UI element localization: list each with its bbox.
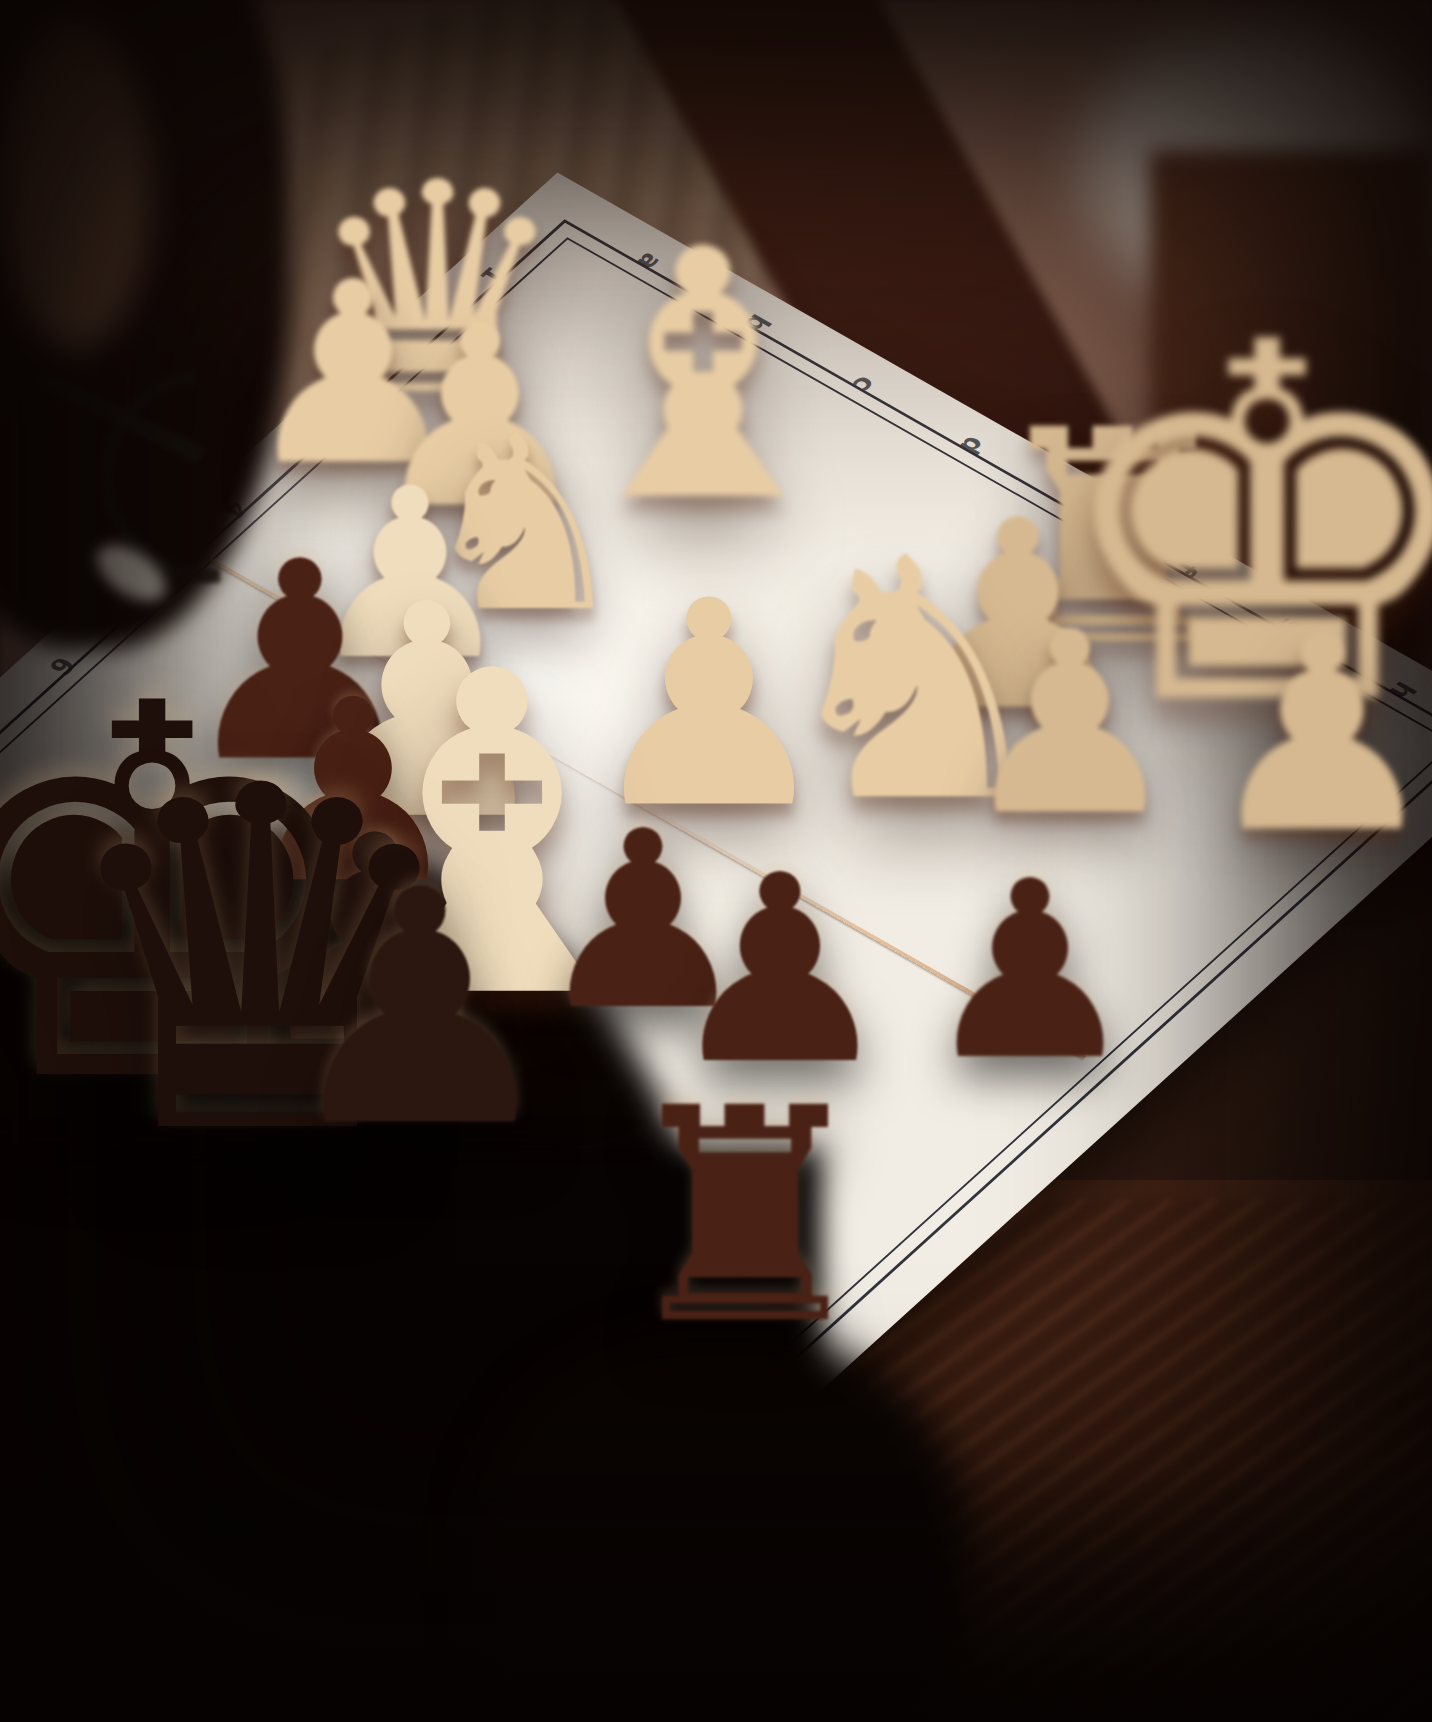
- photo-scene: abcdefgh12345678 ♛♟♟♞♝♟♟♝♟♞♟♜♚♟♟♚♛♜♟♟♟♟♟…: [0, 0, 1432, 1722]
- bottom-shadow-fade: [0, 1462, 1432, 1722]
- piece-white-pawn-h2: ♟: [1201, 600, 1432, 869]
- piece-white-pawn-g3: ♟: [957, 599, 1182, 850]
- piece-black-rook-h8: ♜: [613, 1070, 877, 1365]
- piece-black-pawn-f7: ♟: [275, 848, 565, 1171]
- piece-black-pawn-h5: ♟: [920, 849, 1140, 1094]
